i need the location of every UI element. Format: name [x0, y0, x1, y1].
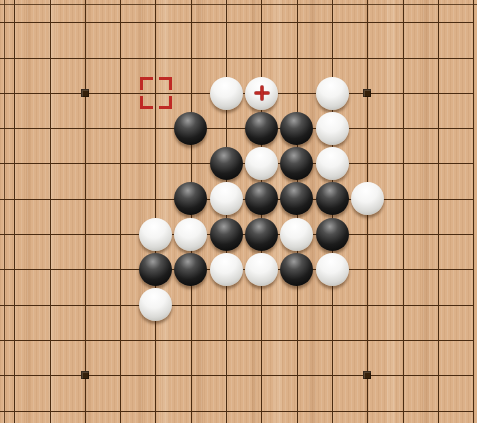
white-stone	[210, 77, 243, 110]
cursor-corner-icon	[140, 77, 153, 90]
black-stone	[316, 182, 349, 215]
black-stone	[210, 147, 243, 180]
star-point	[363, 371, 371, 379]
white-stone	[316, 147, 349, 180]
white-stone	[245, 77, 278, 110]
black-stone	[280, 112, 313, 145]
star-point	[81, 371, 89, 379]
white-stone	[316, 112, 349, 145]
white-stone	[210, 253, 243, 286]
cursor-corner-icon	[140, 96, 153, 109]
white-stone	[174, 218, 207, 251]
black-stone	[139, 253, 172, 286]
cursor-corner-icon	[159, 96, 172, 109]
star-point	[81, 89, 89, 97]
black-stone	[245, 112, 278, 145]
gomoku-board[interactable]	[0, 0, 477, 423]
white-stone	[210, 182, 243, 215]
black-stone	[210, 218, 243, 251]
star-point	[363, 89, 371, 97]
white-stone	[316, 77, 349, 110]
cursor-corner-icon	[159, 77, 172, 90]
white-stone	[316, 253, 349, 286]
white-stone	[280, 218, 313, 251]
black-stone	[316, 218, 349, 251]
white-stone	[245, 147, 278, 180]
game-window	[0, 0, 477, 423]
cursor-brackets	[140, 77, 172, 109]
white-stone	[139, 218, 172, 251]
grid-lines	[0, 0, 474, 423]
black-stone	[245, 218, 278, 251]
white-stone	[245, 253, 278, 286]
last-move-marker-icon	[254, 86, 269, 101]
